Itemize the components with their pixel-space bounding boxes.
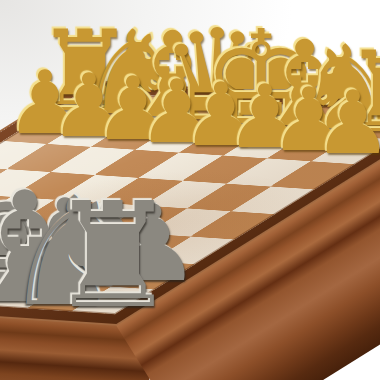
- pieces-layer: ♜♞♝♛♚♝♞♜♟♟♟♟♟♟♟♟♟♟♟♟♟♟♟♟♜♞♝♛♚♝♞♜: [0, 0, 380, 380]
- chess-board-scene: ♜♞♝♛♚♝♞♜♟♟♟♟♟♟♟♟♟♟♟♟♟♟♟♟♜♞♝♛♚♝♞♜: [0, 0, 380, 380]
- gold-pawn: ♟: [309, 80, 380, 168]
- silver-rook: ♜: [41, 184, 186, 329]
- black-rook-glyph: ♜: [48, 184, 178, 329]
- white-pawn-glyph: ♟: [314, 80, 380, 168]
